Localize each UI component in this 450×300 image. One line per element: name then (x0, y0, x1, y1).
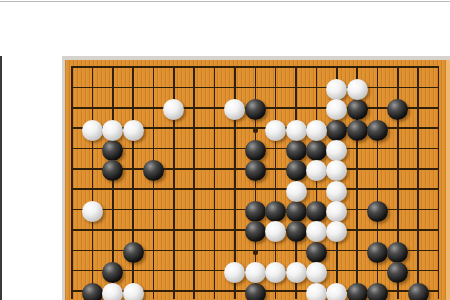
white-stone (286, 262, 307, 283)
white-stone (102, 120, 123, 141)
white-stone (245, 262, 266, 283)
grid-vertical-line (153, 66, 155, 299)
white-stone (123, 283, 144, 300)
grid-vertical-line (417, 66, 419, 299)
white-stone (306, 283, 327, 300)
grid-vertical-line (132, 66, 134, 299)
white-stone (82, 201, 103, 222)
black-stone (286, 201, 307, 222)
black-stone (286, 160, 307, 181)
black-stone (123, 242, 144, 263)
white-stone (265, 120, 286, 141)
black-stone (326, 120, 347, 141)
white-stone (286, 120, 307, 141)
black-stone (82, 283, 103, 300)
go-board[interactable] (65, 60, 450, 300)
board-right-edge (446, 60, 450, 300)
black-stone (245, 99, 266, 120)
black-stone (367, 120, 388, 141)
black-stone (286, 221, 307, 242)
grid-vertical-line (71, 66, 73, 299)
grid-vertical-line (438, 66, 440, 299)
black-stone (347, 283, 368, 300)
window-left-border (0, 56, 2, 300)
star-point (253, 250, 258, 255)
grid-vertical-line (193, 66, 195, 299)
white-stone (123, 120, 144, 141)
white-stone (306, 120, 327, 141)
black-stone (367, 201, 388, 222)
black-stone (408, 283, 429, 300)
black-stone (245, 283, 266, 300)
window-top-border (0, 1, 450, 2)
grid-vertical-line (92, 66, 94, 299)
white-stone (286, 181, 307, 202)
white-stone (326, 181, 347, 202)
black-stone (367, 242, 388, 263)
grid-vertical-line (214, 66, 216, 299)
grid-horizontal-line (71, 66, 439, 68)
black-stone (347, 120, 368, 141)
grid-horizontal-line (71, 87, 439, 89)
white-stone (82, 120, 103, 141)
grid-horizontal-line (71, 188, 439, 190)
black-stone (245, 140, 266, 161)
grid-vertical-line (377, 66, 379, 299)
black-stone (306, 140, 327, 161)
black-stone (306, 201, 327, 222)
black-stone (306, 242, 327, 263)
go-applet-screenshot (0, 0, 450, 300)
white-stone (347, 79, 368, 100)
black-stone (347, 99, 368, 120)
black-stone (286, 140, 307, 161)
black-stone (245, 201, 266, 222)
star-point (253, 128, 258, 133)
black-stone (367, 283, 388, 300)
white-stone (306, 262, 327, 283)
